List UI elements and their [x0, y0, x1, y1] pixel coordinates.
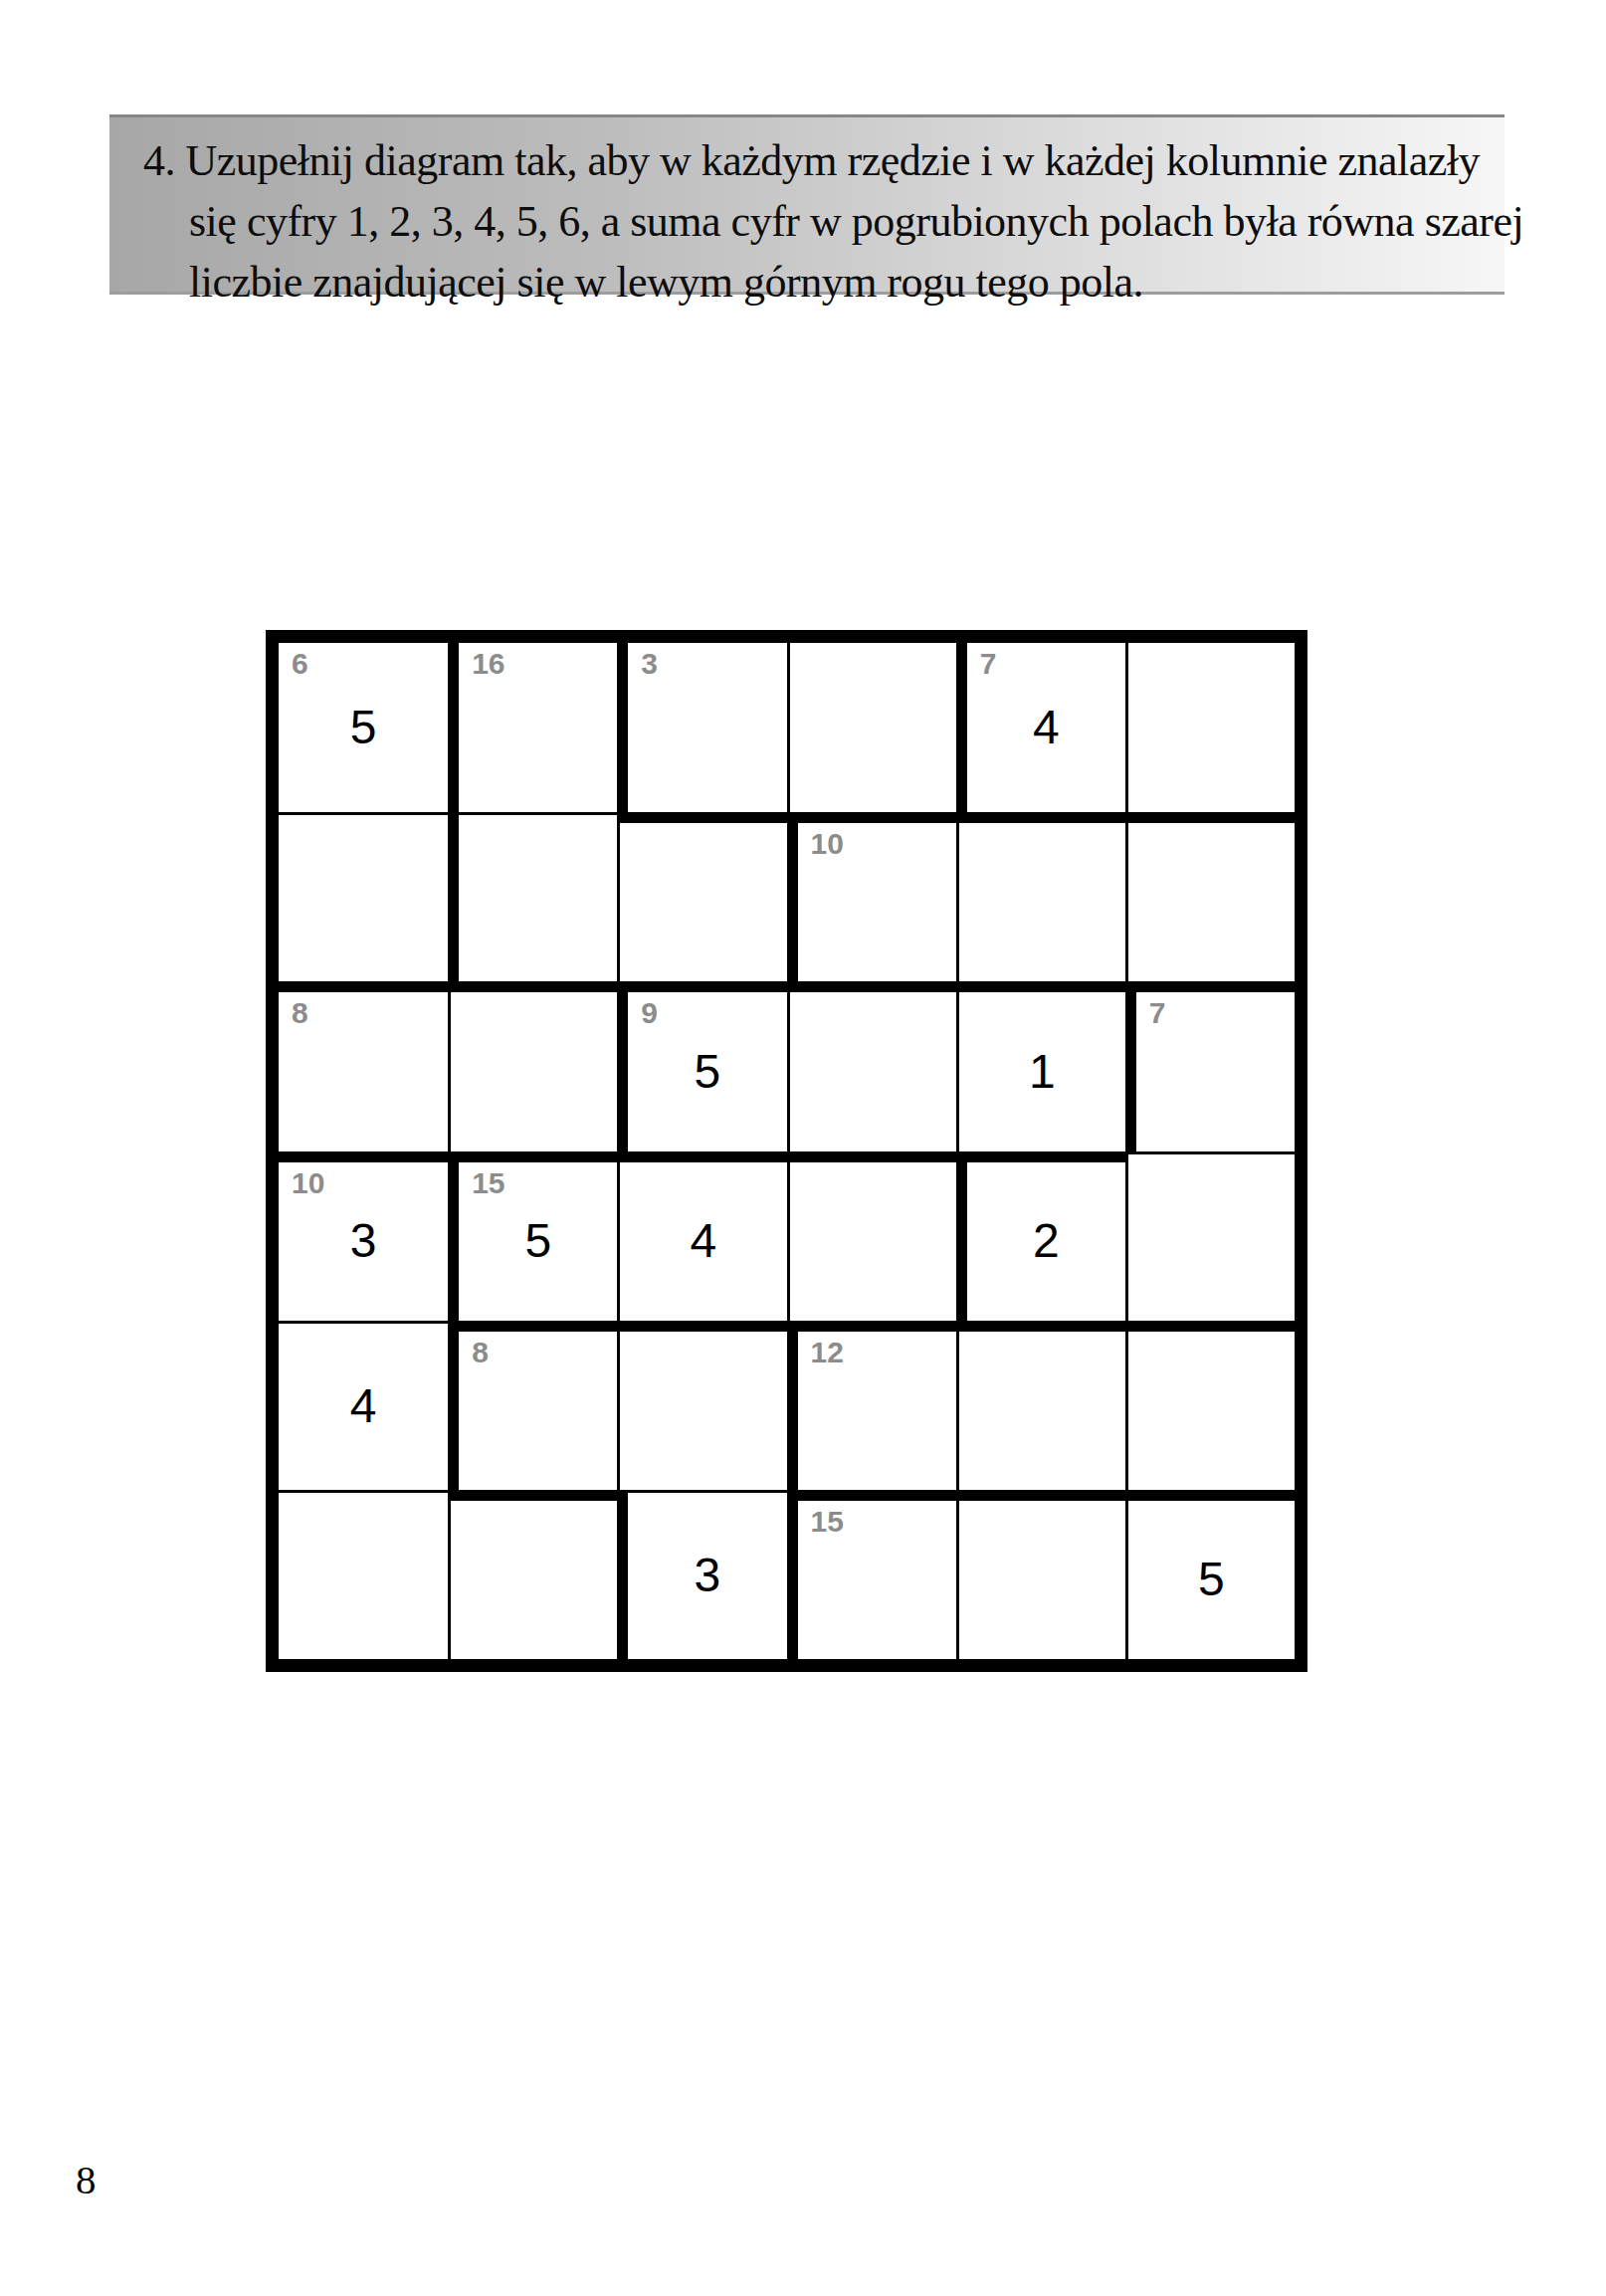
- cell-r2c5[interactable]: [956, 812, 1125, 981]
- cell-r4c6[interactable]: [1125, 1151, 1295, 1321]
- cage-sum-label: 9: [641, 998, 658, 1028]
- cage-sum-label: 7: [980, 649, 997, 679]
- cell-r3c6[interactable]: 7: [1125, 981, 1295, 1150]
- cell-r4c1: 103: [279, 1151, 448, 1321]
- cell-r5c5[interactable]: [956, 1321, 1125, 1490]
- cage-sum-label: 10: [811, 829, 844, 859]
- cage-sum-label: 8: [472, 1338, 489, 1367]
- cell-r6c3: 3: [617, 1490, 786, 1659]
- given-digit: 5: [524, 1217, 551, 1265]
- given-digit: 2: [1033, 1217, 1060, 1265]
- page-number: 8: [76, 2156, 97, 2203]
- cell-r1c2[interactable]: 16: [448, 643, 617, 812]
- given-digit: 5: [1198, 1556, 1225, 1603]
- cell-r6c1[interactable]: [279, 1490, 448, 1659]
- cell-r2c1[interactable]: [279, 812, 448, 981]
- cell-r3c2[interactable]: [448, 981, 617, 1150]
- cell-r2c6[interactable]: [1125, 812, 1295, 981]
- cell-r1c1: 65: [279, 643, 448, 812]
- cage-sum-label: 10: [292, 1168, 324, 1198]
- given-digit: 4: [691, 1217, 717, 1265]
- cell-r6c2[interactable]: [448, 1490, 617, 1659]
- cell-r3c1[interactable]: 8: [279, 981, 448, 1150]
- cell-r6c4[interactable]: 15: [787, 1490, 956, 1659]
- cell-r1c3[interactable]: 3: [617, 643, 786, 812]
- given-digit: 4: [1033, 704, 1060, 751]
- puzzle-page: 4. Uzupełnij diagram tak, aby w każdym r…: [0, 0, 1606, 2296]
- cell-r2c3[interactable]: [617, 812, 786, 981]
- cage-sum-label: 15: [472, 1168, 504, 1198]
- given-digit: 1: [1029, 1048, 1056, 1096]
- given-digit: 3: [695, 1552, 721, 1599]
- cell-r1c4[interactable]: [787, 643, 956, 812]
- cell-r1c5: 74: [956, 643, 1125, 812]
- given-digit: 3: [350, 1217, 377, 1265]
- instruction-line-2: się cyfry 1, 2, 3, 4, 5, 6, a suma cyfr …: [109, 191, 1505, 252]
- cell-r4c4[interactable]: [787, 1151, 956, 1321]
- cage-sum-label: 12: [811, 1338, 844, 1367]
- cell-r1c6[interactable]: [1125, 643, 1295, 812]
- cell-r5c1: 4: [279, 1321, 448, 1490]
- instruction-line-1: 4. Uzupełnij diagram tak, aby w każdym r…: [109, 130, 1505, 191]
- cage-sum-label: 7: [1149, 998, 1166, 1028]
- cell-r4c5: 2: [956, 1151, 1125, 1321]
- given-digit: 5: [695, 1048, 721, 1096]
- cage-sum-label: 15: [811, 1507, 844, 1537]
- cell-r2c2[interactable]: [448, 812, 617, 981]
- cell-r5c3[interactable]: [617, 1321, 786, 1490]
- cell-r2c4[interactable]: 10: [787, 812, 956, 981]
- cell-r3c4[interactable]: [787, 981, 956, 1150]
- given-digit: 4: [350, 1382, 377, 1430]
- cell-r6c6: 5: [1125, 1490, 1295, 1659]
- cage-sum-label: 3: [641, 649, 658, 679]
- instruction-box: 4. Uzupełnij diagram tak, aby w każdym r…: [109, 114, 1505, 295]
- cell-r4c3: 4: [617, 1151, 786, 1321]
- cage-sum-label: 16: [472, 649, 504, 679]
- cell-r4c2: 155: [448, 1151, 617, 1321]
- cage-sum-label: 8: [292, 998, 308, 1028]
- cell-r3c5: 1: [956, 981, 1125, 1150]
- cell-r5c6[interactable]: [1125, 1321, 1295, 1490]
- cell-r6c5[interactable]: [956, 1490, 1125, 1659]
- puzzle-grid: 651637410895171031554248123155: [266, 630, 1307, 1672]
- given-digit: 5: [350, 704, 377, 751]
- cell-r5c4[interactable]: 12: [787, 1321, 956, 1490]
- cage-sum-label: 6: [292, 649, 308, 679]
- instruction-line-3: liczbie znajdującej się w lewym górnym r…: [109, 252, 1505, 313]
- cell-r5c2[interactable]: 8: [448, 1321, 617, 1490]
- cell-r3c3: 95: [617, 981, 786, 1150]
